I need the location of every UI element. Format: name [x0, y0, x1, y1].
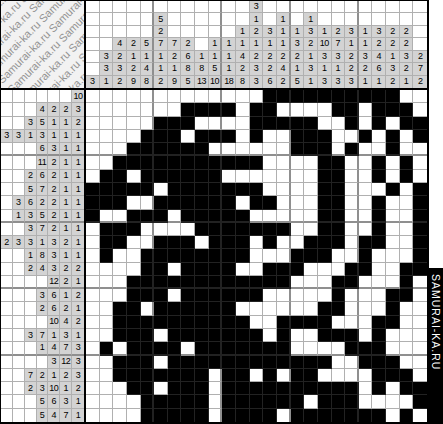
board-cell[interactable]	[359, 143, 373, 156]
board-cell[interactable]	[304, 382, 318, 395]
board-cell[interactable]	[386, 369, 400, 382]
board-cell[interactable]	[113, 316, 127, 329]
board-cell[interactable]	[168, 263, 182, 276]
board-cell[interactable]	[222, 196, 236, 209]
board-cell[interactable]	[277, 409, 291, 422]
board-cell[interactable]	[141, 409, 155, 422]
board-cell[interactable]	[304, 170, 318, 183]
board-cell[interactable]	[236, 329, 250, 342]
board-cell[interactable]	[386, 196, 400, 209]
board-cell[interactable]	[332, 382, 346, 395]
board-cell[interactable]	[359, 289, 373, 302]
board-cell[interactable]	[291, 223, 305, 236]
board-cell[interactable]	[236, 395, 250, 408]
board-cell[interactable]	[250, 156, 264, 169]
board-cell[interactable]	[236, 342, 250, 355]
board-cell[interactable]	[141, 183, 155, 196]
board-cell[interactable]	[318, 236, 332, 249]
board-cell[interactable]	[86, 210, 100, 223]
board-cell[interactable]	[195, 196, 209, 209]
board-cell[interactable]	[154, 302, 168, 315]
board-cell[interactable]	[168, 143, 182, 156]
board-cell[interactable]	[181, 236, 195, 249]
board-cell[interactable]	[332, 356, 346, 369]
board-cell[interactable]	[372, 183, 386, 196]
board-cell[interactable]	[209, 236, 223, 249]
board-cell[interactable]	[113, 223, 127, 236]
board-cell[interactable]	[86, 130, 100, 143]
board-cell[interactable]	[113, 143, 127, 156]
board-cell[interactable]	[263, 395, 277, 408]
board-cell[interactable]	[209, 369, 223, 382]
board-cell[interactable]	[222, 302, 236, 315]
board-cell[interactable]	[195, 342, 209, 355]
board-cell[interactable]	[345, 276, 359, 289]
board-cell[interactable]	[318, 356, 332, 369]
board-cell[interactable]	[400, 210, 414, 223]
board-cell[interactable]	[413, 117, 427, 130]
board-cell[interactable]	[250, 143, 264, 156]
board-cell[interactable]	[236, 356, 250, 369]
board-cell[interactable]	[100, 329, 114, 342]
board-cell[interactable]	[86, 103, 100, 116]
board-cell[interactable]	[263, 329, 277, 342]
board-cell[interactable]	[181, 183, 195, 196]
board-cell[interactable]	[86, 263, 100, 276]
board-cell[interactable]	[141, 130, 155, 143]
board-cell[interactable]	[318, 210, 332, 223]
board-cell[interactable]	[277, 395, 291, 408]
board-cell[interactable]	[359, 329, 373, 342]
board-cell[interactable]	[113, 156, 127, 169]
board-cell[interactable]	[413, 156, 427, 169]
board-cell[interactable]	[181, 117, 195, 130]
board-cell[interactable]	[236, 210, 250, 223]
board-cell[interactable]	[318, 302, 332, 315]
board-cell[interactable]	[318, 276, 332, 289]
board-cell[interactable]	[400, 130, 414, 143]
board-cell[interactable]	[113, 329, 127, 342]
board-cell[interactable]	[222, 276, 236, 289]
board-cell[interactable]	[86, 329, 100, 342]
board-cell[interactable]	[250, 263, 264, 276]
board-cell[interactable]	[359, 356, 373, 369]
board-cell[interactable]	[400, 263, 414, 276]
board-cell[interactable]	[222, 249, 236, 262]
board-cell[interactable]	[113, 90, 127, 103]
board-cell[interactable]	[86, 356, 100, 369]
board-cell[interactable]	[195, 263, 209, 276]
board-cell[interactable]	[386, 395, 400, 408]
board-cell[interactable]	[413, 382, 427, 395]
board-cell[interactable]	[209, 263, 223, 276]
board-cell[interactable]	[318, 183, 332, 196]
board-cell[interactable]	[263, 263, 277, 276]
board-cell[interactable]	[168, 236, 182, 249]
board-cell[interactable]	[113, 263, 127, 276]
board-cell[interactable]	[181, 316, 195, 329]
board-cell[interactable]	[277, 223, 291, 236]
board-cell[interactable]	[277, 316, 291, 329]
board-cell[interactable]	[304, 329, 318, 342]
board-cell[interactable]	[100, 117, 114, 130]
board-cell[interactable]	[345, 395, 359, 408]
board-cell[interactable]	[291, 263, 305, 276]
board-cell[interactable]	[372, 289, 386, 302]
board-cell[interactable]	[209, 316, 223, 329]
board-cell[interactable]	[413, 302, 427, 315]
board-cell[interactable]	[359, 156, 373, 169]
board-cell[interactable]	[345, 156, 359, 169]
board-cell[interactable]	[304, 196, 318, 209]
board-cell[interactable]	[400, 409, 414, 422]
board-cell[interactable]	[400, 382, 414, 395]
board-cell[interactable]	[345, 409, 359, 422]
board-cell[interactable]	[277, 289, 291, 302]
board-cell[interactable]	[113, 249, 127, 262]
board-cell[interactable]	[113, 117, 127, 130]
board-cell[interactable]	[263, 90, 277, 103]
board-cell[interactable]	[209, 130, 223, 143]
board-cell[interactable]	[250, 316, 264, 329]
board-cell[interactable]	[181, 156, 195, 169]
board-cell[interactable]	[372, 356, 386, 369]
board-cell[interactable]	[127, 342, 141, 355]
board-cell[interactable]	[100, 302, 114, 315]
board-cell[interactable]	[304, 117, 318, 130]
board-cell[interactable]	[413, 236, 427, 249]
board-cell[interactable]	[86, 369, 100, 382]
board-cell[interactable]	[400, 223, 414, 236]
board-cell[interactable]	[209, 302, 223, 315]
board-cell[interactable]	[195, 395, 209, 408]
board-cell[interactable]	[113, 183, 127, 196]
board-cell[interactable]	[332, 156, 346, 169]
board-cell[interactable]	[209, 143, 223, 156]
board-cell[interactable]	[291, 289, 305, 302]
board-cell[interactable]	[195, 210, 209, 223]
board-cell[interactable]	[195, 289, 209, 302]
board-cell[interactable]	[141, 316, 155, 329]
board-cell[interactable]	[168, 170, 182, 183]
board-cell[interactable]	[332, 316, 346, 329]
board-cell[interactable]	[332, 289, 346, 302]
board-cell[interactable]	[372, 143, 386, 156]
board-cell[interactable]	[400, 316, 414, 329]
board-cell[interactable]	[222, 210, 236, 223]
board-cell[interactable]	[100, 196, 114, 209]
board-cell[interactable]	[413, 329, 427, 342]
board-cell[interactable]	[372, 263, 386, 276]
board-cell[interactable]	[86, 170, 100, 183]
board-cell[interactable]	[168, 103, 182, 116]
board-cell[interactable]	[250, 342, 264, 355]
board-cell[interactable]	[263, 409, 277, 422]
board-cell[interactable]	[127, 329, 141, 342]
board-cell[interactable]	[263, 117, 277, 130]
board-cell[interactable]	[263, 302, 277, 315]
board-cell[interactable]	[413, 356, 427, 369]
board-cell[interactable]	[304, 316, 318, 329]
board-cell[interactable]	[100, 90, 114, 103]
board-cell[interactable]	[318, 156, 332, 169]
board-cell[interactable]	[372, 103, 386, 116]
board-cell[interactable]	[141, 103, 155, 116]
board-cell[interactable]	[127, 183, 141, 196]
board-cell[interactable]	[277, 117, 291, 130]
board-cell[interactable]	[250, 289, 264, 302]
board-cell[interactable]	[318, 103, 332, 116]
board-cell[interactable]	[113, 210, 127, 223]
board-cell[interactable]	[250, 196, 264, 209]
board-cell[interactable]	[400, 276, 414, 289]
board-cell[interactable]	[86, 183, 100, 196]
board-cell[interactable]	[141, 117, 155, 130]
board-cell[interactable]	[291, 183, 305, 196]
board-cell[interactable]	[332, 90, 346, 103]
board-cell[interactable]	[345, 356, 359, 369]
board-cell[interactable]	[277, 249, 291, 262]
board-cell[interactable]	[154, 276, 168, 289]
board-cell[interactable]	[141, 342, 155, 355]
board-cell[interactable]	[372, 382, 386, 395]
board-cell[interactable]	[332, 369, 346, 382]
board-cell[interactable]	[304, 103, 318, 116]
board-cell[interactable]	[181, 223, 195, 236]
board-cell[interactable]	[113, 103, 127, 116]
board-cell[interactable]	[86, 156, 100, 169]
board-cell[interactable]	[86, 342, 100, 355]
board-cell[interactable]	[372, 90, 386, 103]
board-cell[interactable]	[250, 210, 264, 223]
board-cell[interactable]	[236, 90, 250, 103]
board-cell[interactable]	[86, 289, 100, 302]
board-cell[interactable]	[359, 236, 373, 249]
board-cell[interactable]	[209, 117, 223, 130]
board-cell[interactable]	[250, 103, 264, 116]
board-cell[interactable]	[332, 170, 346, 183]
board-cell[interactable]	[141, 249, 155, 262]
board-cell[interactable]	[209, 342, 223, 355]
board-cell[interactable]	[127, 223, 141, 236]
board-cell[interactable]	[372, 276, 386, 289]
board-cell[interactable]	[386, 103, 400, 116]
board-cell[interactable]	[413, 276, 427, 289]
board-cell[interactable]	[195, 143, 209, 156]
board-cell[interactable]	[181, 395, 195, 408]
board-cell[interactable]	[277, 382, 291, 395]
board-cell[interactable]	[141, 156, 155, 169]
board-cell[interactable]	[236, 302, 250, 315]
board-cell[interactable]	[291, 143, 305, 156]
board-cell[interactable]	[236, 382, 250, 395]
board-cell[interactable]	[222, 183, 236, 196]
board-cell[interactable]	[181, 210, 195, 223]
board-cell[interactable]	[263, 143, 277, 156]
board-cell[interactable]	[359, 196, 373, 209]
board-cell[interactable]	[263, 369, 277, 382]
board-cell[interactable]	[372, 249, 386, 262]
board-cell[interactable]	[345, 382, 359, 395]
board-cell[interactable]	[291, 382, 305, 395]
board-cell[interactable]	[359, 395, 373, 408]
board-cell[interactable]	[250, 409, 264, 422]
board-cell[interactable]	[386, 156, 400, 169]
board-cell[interactable]	[332, 130, 346, 143]
board-cell[interactable]	[304, 236, 318, 249]
board-cell[interactable]	[332, 210, 346, 223]
board-cell[interactable]	[141, 329, 155, 342]
board-cell[interactable]	[386, 210, 400, 223]
board-cell[interactable]	[127, 409, 141, 422]
board-cell[interactable]	[250, 90, 264, 103]
board-cell[interactable]	[195, 103, 209, 116]
board-cell[interactable]	[168, 90, 182, 103]
board-cell[interactable]	[127, 263, 141, 276]
board-cell[interactable]	[263, 276, 277, 289]
board-cell[interactable]	[236, 130, 250, 143]
board-cell[interactable]	[154, 316, 168, 329]
board-cell[interactable]	[345, 130, 359, 143]
board-cell[interactable]	[413, 130, 427, 143]
board-cell[interactable]	[277, 263, 291, 276]
board-cell[interactable]	[209, 170, 223, 183]
board-cell[interactable]	[345, 196, 359, 209]
board-cell[interactable]	[181, 276, 195, 289]
board-cell[interactable]	[345, 170, 359, 183]
board-cell[interactable]	[141, 143, 155, 156]
board-cell[interactable]	[372, 316, 386, 329]
board-cell[interactable]	[141, 223, 155, 236]
board-cell[interactable]	[359, 103, 373, 116]
board-cell[interactable]	[318, 409, 332, 422]
board-cell[interactable]	[291, 103, 305, 116]
board-cell[interactable]	[86, 236, 100, 249]
board-cell[interactable]	[113, 409, 127, 422]
board-cell[interactable]	[168, 316, 182, 329]
board-cell[interactable]	[332, 263, 346, 276]
board-cell[interactable]	[263, 223, 277, 236]
board-cell[interactable]	[141, 395, 155, 408]
board-cell[interactable]	[236, 276, 250, 289]
board-cell[interactable]	[209, 210, 223, 223]
board-cell[interactable]	[86, 196, 100, 209]
board-cell[interactable]	[304, 356, 318, 369]
board-cell[interactable]	[413, 249, 427, 262]
board-cell[interactable]	[222, 223, 236, 236]
board-cell[interactable]	[359, 130, 373, 143]
board-cell[interactable]	[222, 395, 236, 408]
board-cell[interactable]	[127, 302, 141, 315]
board-cell[interactable]	[154, 263, 168, 276]
board-cell[interactable]	[318, 316, 332, 329]
board-cell[interactable]	[277, 369, 291, 382]
board-cell[interactable]	[154, 196, 168, 209]
board-cell[interactable]	[100, 130, 114, 143]
board-cell[interactable]	[400, 90, 414, 103]
board-cell[interactable]	[100, 382, 114, 395]
board-cell[interactable]	[113, 170, 127, 183]
board-cell[interactable]	[400, 170, 414, 183]
board-cell[interactable]	[359, 409, 373, 422]
board-cell[interactable]	[304, 302, 318, 315]
board-cell[interactable]	[195, 409, 209, 422]
board-cell[interactable]	[209, 329, 223, 342]
board-cell[interactable]	[86, 143, 100, 156]
board-cell[interactable]	[195, 117, 209, 130]
board-cell[interactable]	[86, 409, 100, 422]
board-cell[interactable]	[100, 183, 114, 196]
board-cell[interactable]	[195, 90, 209, 103]
board-cell[interactable]	[318, 130, 332, 143]
board-cell[interactable]	[181, 382, 195, 395]
board-cell[interactable]	[222, 103, 236, 116]
board-cell[interactable]	[345, 289, 359, 302]
board-cell[interactable]	[86, 302, 100, 315]
board-cell[interactable]	[127, 90, 141, 103]
board-cell[interactable]	[154, 249, 168, 262]
board-cell[interactable]	[359, 316, 373, 329]
board-cell[interactable]	[400, 369, 414, 382]
board-cell[interactable]	[113, 130, 127, 143]
board-cell[interactable]	[154, 395, 168, 408]
board-cell[interactable]	[154, 156, 168, 169]
board-cell[interactable]	[359, 90, 373, 103]
board-cell[interactable]	[413, 369, 427, 382]
board-cell[interactable]	[209, 289, 223, 302]
board-cell[interactable]	[386, 143, 400, 156]
board-cell[interactable]	[236, 249, 250, 262]
board-cell[interactable]	[318, 329, 332, 342]
board-cell[interactable]	[400, 103, 414, 116]
board-cell[interactable]	[372, 196, 386, 209]
board-cell[interactable]	[359, 263, 373, 276]
board-cell[interactable]	[332, 117, 346, 130]
board-cell[interactable]	[386, 249, 400, 262]
board-cell[interactable]	[154, 289, 168, 302]
board-cell[interactable]	[113, 236, 127, 249]
board-cell[interactable]	[345, 90, 359, 103]
board-cell[interactable]	[291, 156, 305, 169]
board-cell[interactable]	[386, 276, 400, 289]
board-cell[interactable]	[359, 382, 373, 395]
board-cell[interactable]	[345, 183, 359, 196]
board-cell[interactable]	[154, 342, 168, 355]
board-cell[interactable]	[372, 302, 386, 315]
board-cell[interactable]	[400, 156, 414, 169]
board-cell[interactable]	[345, 316, 359, 329]
board-cell[interactable]	[400, 236, 414, 249]
board-cell[interactable]	[332, 143, 346, 156]
board-cell[interactable]	[386, 263, 400, 276]
board-cell[interactable]	[113, 196, 127, 209]
board-cell[interactable]	[277, 196, 291, 209]
board-cell[interactable]	[277, 90, 291, 103]
board-cell[interactable]	[291, 395, 305, 408]
board-cell[interactable]	[222, 329, 236, 342]
board-cell[interactable]	[250, 382, 264, 395]
board-cell[interactable]	[127, 170, 141, 183]
board-cell[interactable]	[332, 409, 346, 422]
board-cell[interactable]	[154, 170, 168, 183]
board-cell[interactable]	[277, 156, 291, 169]
board-cell[interactable]	[318, 196, 332, 209]
board-cell[interactable]	[263, 196, 277, 209]
board-cell[interactable]	[291, 170, 305, 183]
board-cell[interactable]	[222, 143, 236, 156]
board-cell[interactable]	[263, 103, 277, 116]
board-cell[interactable]	[113, 289, 127, 302]
